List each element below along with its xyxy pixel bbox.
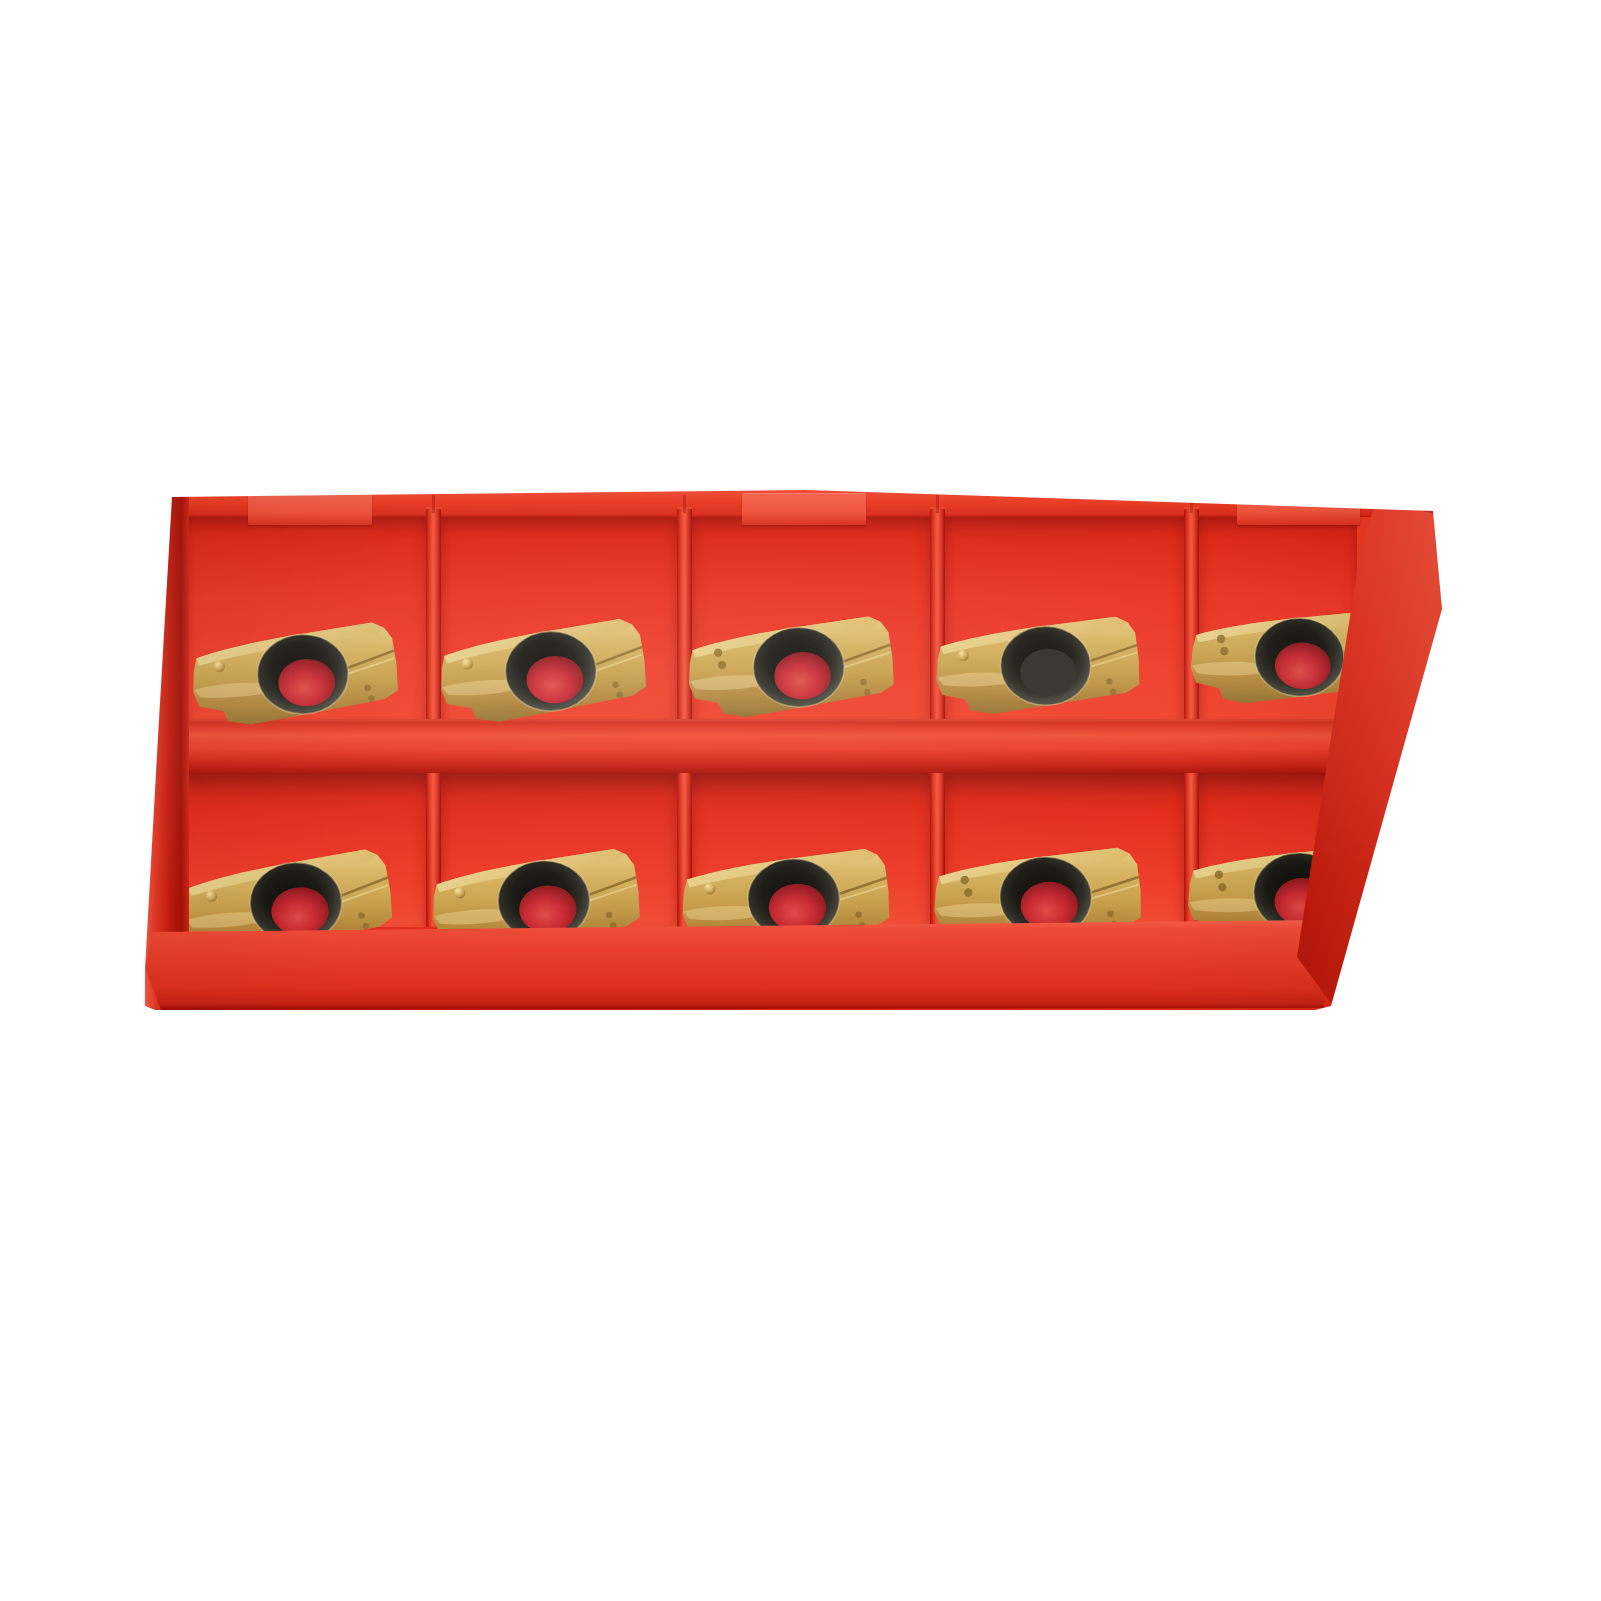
insert-dimple: [704, 883, 716, 895]
latch-tab: [248, 493, 372, 525]
divider-top-seam: [936, 495, 939, 513]
divider-top-seam: [683, 495, 686, 513]
carbide-insert: [188, 605, 409, 735]
latch-tab: [1237, 493, 1360, 525]
case-front-lip: [145, 920, 1333, 1010]
carbide-insert: [684, 599, 903, 726]
product-photo-stage: [0, 0, 1601, 1601]
carbide-insert: [932, 598, 1149, 724]
latch-tab: [742, 493, 866, 525]
red-insert-case: [145, 487, 1445, 1010]
divider-top-seam: [432, 495, 435, 513]
insert-right-dots: [1360, 908, 1371, 925]
carbide-insert: [435, 601, 656, 732]
divider-top-seam: [1190, 495, 1193, 513]
